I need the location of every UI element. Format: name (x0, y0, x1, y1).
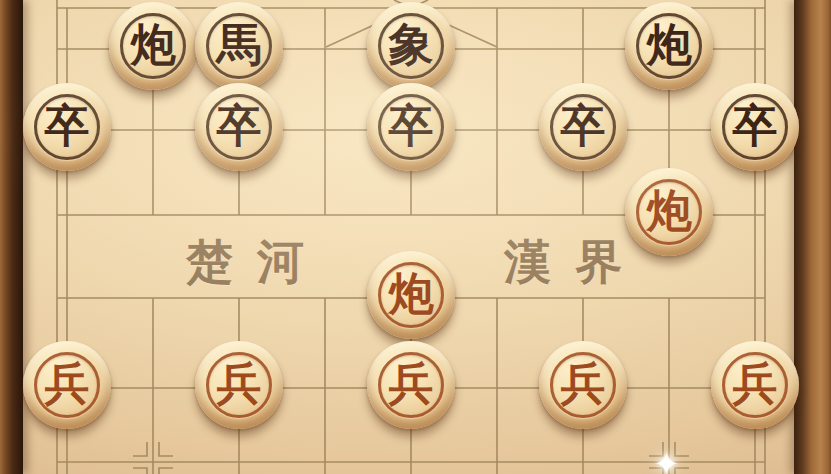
piece-glyph: 卒 (195, 81, 283, 169)
piece-glyph: 炮 (625, 0, 713, 88)
piece-red-cannon-f7r4[interactable]: 炮 (625, 168, 713, 256)
piece-glyph: 馬 (195, 0, 283, 88)
sparkle-icon: ✦ (653, 448, 680, 474)
piece-glyph: 兵 (367, 339, 455, 427)
piece-black-horse-f2r2[interactable]: 馬 (195, 2, 283, 90)
piece-red-soldier-f4r6[interactable]: 兵 (367, 341, 455, 429)
piece-glyph: 卒 (711, 81, 799, 169)
piece-black-soldier-f0r3[interactable]: 卒 (23, 83, 111, 171)
piece-red-soldier-f2r6[interactable]: 兵 (195, 341, 283, 429)
piece-glyph: 卒 (367, 81, 455, 169)
piece-red-soldier-f6r6[interactable]: 兵 (539, 341, 627, 429)
piece-glyph: 炮 (625, 166, 713, 254)
piece-black-cannon-f7r2[interactable]: 炮 (625, 2, 713, 90)
piece-glyph: 卒 (539, 81, 627, 169)
piece-glyph: 炮 (109, 0, 197, 88)
piece-black-cannon-f1r2[interactable]: 炮 (109, 2, 197, 90)
right-wood-frame (794, 0, 831, 474)
piece-black-soldier-f4r3[interactable]: 卒 (367, 83, 455, 171)
xiangqi-app-window: 楚河 漢界 炮馬象炮卒卒卒卒卒炮炮兵兵兵兵兵 ✦ (0, 0, 831, 474)
piece-glyph: 兵 (23, 339, 111, 427)
piece-black-soldier-f6r3[interactable]: 卒 (539, 83, 627, 171)
piece-glyph: 兵 (711, 339, 799, 427)
piece-red-cannon-f4r5[interactable]: 炮 (367, 251, 455, 339)
piece-glyph: 象 (367, 0, 455, 88)
piece-red-soldier-f8r6[interactable]: 兵 (711, 341, 799, 429)
piece-glyph: 炮 (367, 249, 455, 337)
river-label-chu-he: 楚河 (186, 231, 328, 294)
piece-black-elephant-f4r2[interactable]: 象 (367, 2, 455, 90)
piece-red-soldier-f0r6[interactable]: 兵 (23, 341, 111, 429)
piece-glyph: 兵 (539, 339, 627, 427)
left-wood-frame (0, 0, 23, 474)
piece-glyph: 卒 (23, 81, 111, 169)
piece-black-soldier-f2r3[interactable]: 卒 (195, 83, 283, 171)
piece-glyph: 兵 (195, 339, 283, 427)
piece-black-soldier-f8r3[interactable]: 卒 (711, 83, 799, 171)
